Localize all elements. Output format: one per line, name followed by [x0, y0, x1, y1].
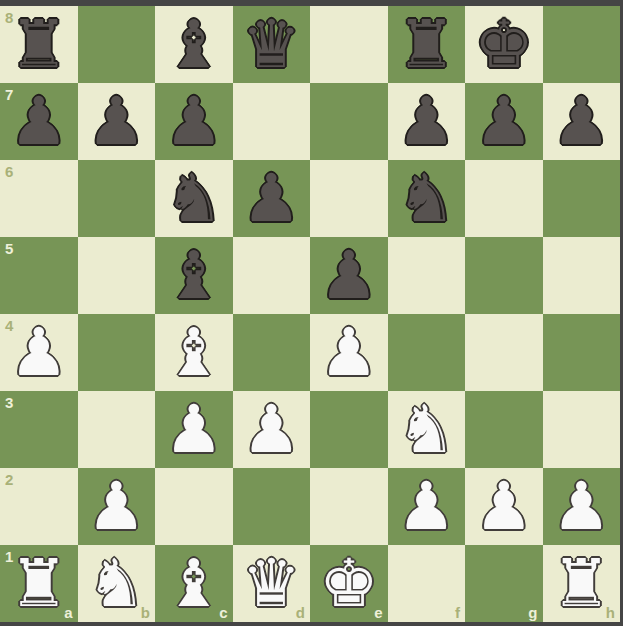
- piece-black-knight[interactable]: ♞: [397, 160, 456, 237]
- square-g3[interactable]: [465, 391, 543, 468]
- square-b8[interactable]: [78, 6, 156, 83]
- square-a6[interactable]: 6: [0, 160, 78, 237]
- piece-black-bishop[interactable]: ♝: [164, 237, 223, 314]
- square-c5[interactable]: ♝: [155, 237, 233, 314]
- piece-white-bishop[interactable]: ♝: [164, 314, 223, 391]
- square-c7[interactable]: ♟: [155, 83, 233, 160]
- file-label-g: g: [528, 604, 537, 621]
- square-e1[interactable]: e♚: [310, 545, 388, 622]
- square-e4[interactable]: ♟: [310, 314, 388, 391]
- square-a3[interactable]: 3: [0, 391, 78, 468]
- piece-black-queen[interactable]: ♛: [242, 6, 301, 83]
- file-label-f: f: [455, 604, 460, 621]
- square-g7[interactable]: ♟: [465, 83, 543, 160]
- piece-white-queen[interactable]: ♛: [242, 545, 301, 622]
- square-h4[interactable]: [543, 314, 621, 391]
- square-f2[interactable]: ♟: [388, 468, 466, 545]
- piece-black-pawn[interactable]: ♟: [319, 237, 378, 314]
- piece-white-pawn[interactable]: ♟: [242, 391, 301, 468]
- square-h3[interactable]: [543, 391, 621, 468]
- chess-board: 8♜♝♛♜♚7♟♟♟♟♟♟6♞♟♞5♝♟4♟♝♟3♟♟♞2♟♟♟♟1a♜b♞c♝…: [0, 6, 620, 622]
- square-a7[interactable]: 7♟: [0, 83, 78, 160]
- piece-black-knight[interactable]: ♞: [164, 160, 223, 237]
- rank-label-2: 2: [5, 471, 13, 488]
- square-d1[interactable]: d♛: [233, 545, 311, 622]
- piece-black-pawn[interactable]: ♟: [9, 83, 68, 160]
- piece-white-rook[interactable]: ♜: [9, 545, 68, 622]
- square-h8[interactable]: [543, 6, 621, 83]
- square-c8[interactable]: ♝: [155, 6, 233, 83]
- square-d5[interactable]: [233, 237, 311, 314]
- square-h7[interactable]: ♟: [543, 83, 621, 160]
- square-e8[interactable]: [310, 6, 388, 83]
- square-b1[interactable]: b♞: [78, 545, 156, 622]
- square-e6[interactable]: [310, 160, 388, 237]
- piece-black-pawn[interactable]: ♟: [474, 83, 533, 160]
- piece-black-pawn[interactable]: ♟: [87, 83, 146, 160]
- square-c6[interactable]: ♞: [155, 160, 233, 237]
- square-a1[interactable]: 1a♜: [0, 545, 78, 622]
- square-h1[interactable]: h♜: [543, 545, 621, 622]
- square-g6[interactable]: [465, 160, 543, 237]
- square-f6[interactable]: ♞: [388, 160, 466, 237]
- square-f8[interactable]: ♜: [388, 6, 466, 83]
- square-c3[interactable]: ♟: [155, 391, 233, 468]
- square-f1[interactable]: f: [388, 545, 466, 622]
- piece-black-pawn[interactable]: ♟: [397, 83, 456, 160]
- square-b7[interactable]: ♟: [78, 83, 156, 160]
- piece-black-rook[interactable]: ♜: [9, 6, 68, 83]
- piece-white-rook[interactable]: ♜: [552, 545, 611, 622]
- square-b3[interactable]: [78, 391, 156, 468]
- piece-white-pawn[interactable]: ♟: [474, 468, 533, 545]
- rank-label-5: 5: [5, 240, 13, 257]
- square-b5[interactable]: [78, 237, 156, 314]
- rank-label-6: 6: [5, 163, 13, 180]
- square-d6[interactable]: ♟: [233, 160, 311, 237]
- square-d4[interactable]: [233, 314, 311, 391]
- square-c2[interactable]: [155, 468, 233, 545]
- square-e3[interactable]: [310, 391, 388, 468]
- square-e7[interactable]: [310, 83, 388, 160]
- square-a4[interactable]: 4♟: [0, 314, 78, 391]
- piece-black-bishop[interactable]: ♝: [164, 6, 223, 83]
- piece-black-rook[interactable]: ♜: [397, 6, 456, 83]
- square-b2[interactable]: ♟: [78, 468, 156, 545]
- square-g5[interactable]: [465, 237, 543, 314]
- piece-white-pawn[interactable]: ♟: [9, 314, 68, 391]
- piece-white-knight[interactable]: ♞: [397, 391, 456, 468]
- square-b6[interactable]: [78, 160, 156, 237]
- square-h2[interactable]: ♟: [543, 468, 621, 545]
- square-f4[interactable]: [388, 314, 466, 391]
- square-f7[interactable]: ♟: [388, 83, 466, 160]
- chess-board-frame: 8♜♝♛♜♚7♟♟♟♟♟♟6♞♟♞5♝♟4♟♝♟3♟♟♞2♟♟♟♟1a♜b♞c♝…: [0, 0, 623, 626]
- piece-black-king[interactable]: ♚: [474, 6, 533, 83]
- square-h5[interactable]: [543, 237, 621, 314]
- piece-white-pawn[interactable]: ♟: [319, 314, 378, 391]
- piece-white-pawn[interactable]: ♟: [87, 468, 146, 545]
- square-e5[interactable]: ♟: [310, 237, 388, 314]
- square-g2[interactable]: ♟: [465, 468, 543, 545]
- piece-black-pawn[interactable]: ♟: [164, 83, 223, 160]
- square-f3[interactable]: ♞: [388, 391, 466, 468]
- square-e2[interactable]: [310, 468, 388, 545]
- square-h6[interactable]: [543, 160, 621, 237]
- square-g4[interactable]: [465, 314, 543, 391]
- piece-white-pawn[interactable]: ♟: [552, 468, 611, 545]
- square-b4[interactable]: [78, 314, 156, 391]
- piece-white-bishop[interactable]: ♝: [164, 545, 223, 622]
- square-a2[interactable]: 2: [0, 468, 78, 545]
- piece-white-knight[interactable]: ♞: [87, 545, 146, 622]
- square-c1[interactable]: c♝: [155, 545, 233, 622]
- piece-white-king[interactable]: ♚: [319, 545, 378, 622]
- square-a5[interactable]: 5: [0, 237, 78, 314]
- piece-white-pawn[interactable]: ♟: [397, 468, 456, 545]
- square-c4[interactable]: ♝: [155, 314, 233, 391]
- square-a8[interactable]: 8♜: [0, 6, 78, 83]
- piece-white-pawn[interactable]: ♟: [164, 391, 223, 468]
- square-d2[interactable]: [233, 468, 311, 545]
- square-d7[interactable]: [233, 83, 311, 160]
- square-g1[interactable]: g: [465, 545, 543, 622]
- square-d8[interactable]: ♛: [233, 6, 311, 83]
- piece-black-pawn[interactable]: ♟: [242, 160, 301, 237]
- square-f5[interactable]: [388, 237, 466, 314]
- square-g8[interactable]: ♚: [465, 6, 543, 83]
- piece-black-pawn[interactable]: ♟: [552, 83, 611, 160]
- square-d3[interactable]: ♟: [233, 391, 311, 468]
- rank-label-3: 3: [5, 394, 13, 411]
